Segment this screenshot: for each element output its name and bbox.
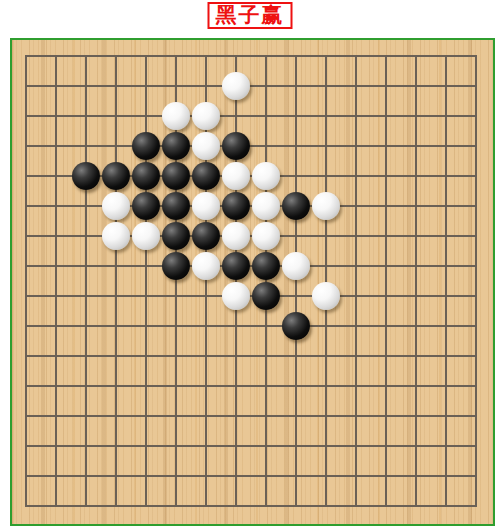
black-stone <box>192 162 220 190</box>
grid-hline <box>25 295 477 297</box>
white-stone <box>192 102 220 130</box>
black-stone <box>252 282 280 310</box>
black-stone <box>282 312 310 340</box>
grid-vline <box>445 55 447 507</box>
black-stone <box>162 252 190 280</box>
white-stone <box>192 132 220 160</box>
grid-hline <box>25 55 477 57</box>
grid-hline <box>25 445 477 447</box>
white-stone <box>252 162 280 190</box>
grid-vline <box>265 55 267 507</box>
white-stone <box>162 102 190 130</box>
grid-hline <box>25 415 477 417</box>
grid-vline <box>415 55 417 507</box>
white-stone <box>222 222 250 250</box>
black-stone <box>282 192 310 220</box>
grid-hline <box>25 85 477 87</box>
black-stone <box>102 162 130 190</box>
black-stone <box>132 192 160 220</box>
white-stone <box>252 192 280 220</box>
white-stone <box>252 222 280 250</box>
white-stone <box>102 222 130 250</box>
black-stone <box>162 162 190 190</box>
black-stone <box>192 222 220 250</box>
gomoku-board[interactable] <box>10 38 495 526</box>
grid-hline <box>25 145 477 147</box>
white-stone <box>282 252 310 280</box>
board-grid <box>12 40 493 524</box>
grid-vline <box>25 55 27 507</box>
grid-hline <box>25 265 477 267</box>
grid-hline <box>25 205 477 207</box>
white-stone <box>132 222 160 250</box>
black-stone <box>72 162 100 190</box>
grid-hline <box>25 475 477 477</box>
black-stone <box>132 132 160 160</box>
grid-vline <box>475 55 477 507</box>
white-stone <box>222 162 250 190</box>
grid-hline <box>25 235 477 237</box>
grid-vline <box>85 55 87 507</box>
grid-hline <box>25 385 477 387</box>
grid-vline <box>385 55 387 507</box>
black-stone <box>222 132 250 160</box>
black-stone <box>132 162 160 190</box>
white-stone <box>192 192 220 220</box>
white-stone <box>312 282 340 310</box>
white-stone <box>222 282 250 310</box>
game-result-banner: 黑子赢 <box>208 2 293 29</box>
grid-hline <box>25 115 477 117</box>
grid-vline <box>55 55 57 507</box>
grid-hline <box>25 505 477 507</box>
grid-hline <box>25 355 477 357</box>
grid-vline <box>325 55 327 507</box>
grid-vline <box>295 55 297 507</box>
black-stone <box>162 222 190 250</box>
grid-vline <box>115 55 117 507</box>
black-stone <box>222 252 250 280</box>
white-stone <box>312 192 340 220</box>
white-stone <box>102 192 130 220</box>
white-stone <box>222 72 250 100</box>
black-stone <box>162 192 190 220</box>
grid-hline <box>25 325 477 327</box>
black-stone <box>222 192 250 220</box>
black-stone <box>162 132 190 160</box>
black-stone <box>252 252 280 280</box>
grid-vline <box>355 55 357 507</box>
white-stone <box>192 252 220 280</box>
grid-vline <box>145 55 147 507</box>
grid-vline <box>235 55 237 507</box>
